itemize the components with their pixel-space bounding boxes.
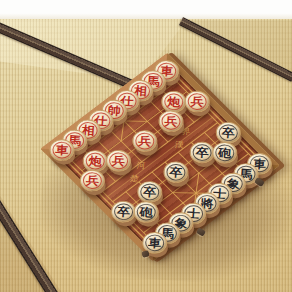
photo-scene: 楚河漢界 車馬相仕帥仕相馬車炮炮兵兵兵兵兵卒卒卒卒卒砲砲車馬象士將士象馬車 bbox=[0, 0, 292, 292]
piece-black-soldier[interactable]: 卒 bbox=[215, 121, 241, 144]
piece-character: 兵 bbox=[138, 135, 152, 147]
piece-character: 車 bbox=[54, 144, 68, 156]
piece-character: 兵 bbox=[111, 155, 125, 167]
piece-character: 兵 bbox=[85, 175, 99, 187]
piece-red-chariot[interactable]: 車 bbox=[48, 138, 74, 161]
piece-character: 卒 bbox=[221, 127, 235, 139]
piece-character: 兵 bbox=[164, 116, 178, 128]
piece-character: 卒 bbox=[142, 186, 156, 198]
piece-red-soldier[interactable]: 兵 bbox=[79, 169, 105, 192]
piece-character: 車 bbox=[147, 237, 161, 249]
piece-red-soldier[interactable]: 兵 bbox=[184, 90, 210, 113]
background-wall-strip bbox=[0, 0, 292, 19]
piece-black-soldier[interactable]: 卒 bbox=[188, 141, 214, 164]
piece-black-soldier[interactable]: 卒 bbox=[110, 200, 136, 223]
piece-black-soldier[interactable]: 卒 bbox=[136, 180, 162, 203]
piece-black-cannon[interactable]: 砲 bbox=[212, 141, 238, 164]
piece-character: 砲 bbox=[218, 147, 232, 159]
piece-character: 卒 bbox=[116, 206, 130, 218]
piece-character: 卒 bbox=[169, 166, 183, 178]
piece-red-soldier[interactable]: 兵 bbox=[157, 110, 183, 133]
piece-character: 炮 bbox=[167, 95, 181, 107]
piece-black-soldier[interactable]: 卒 bbox=[162, 161, 188, 184]
piece-black-cannon[interactable]: 砲 bbox=[133, 201, 159, 224]
piece-character: 卒 bbox=[195, 147, 209, 159]
piece-red-soldier[interactable]: 兵 bbox=[131, 130, 157, 153]
piece-character: 砲 bbox=[140, 206, 154, 218]
piece-character: 兵 bbox=[190, 96, 204, 108]
piece-character: 炮 bbox=[88, 155, 102, 167]
piece-red-soldier[interactable]: 兵 bbox=[105, 150, 131, 173]
